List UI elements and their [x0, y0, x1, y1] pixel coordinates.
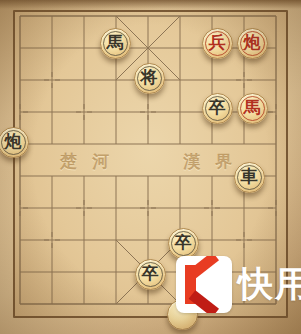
piece-label: 馬: [244, 99, 261, 116]
piece-label: 兵: [209, 34, 226, 51]
piece-black-車[interactable]: 車: [234, 162, 265, 193]
piece-label: 卒: [142, 265, 159, 282]
piece-black-卒[interactable]: 卒: [202, 93, 233, 124]
piece-label: 車: [241, 168, 258, 185]
kuaiyong-logo-icon: [176, 256, 232, 313]
piece-label: 馬: [107, 34, 124, 51]
piece-red-馬[interactable]: 馬: [237, 93, 268, 124]
piece-black-卒[interactable]: 卒: [168, 228, 199, 259]
piece-label: 将: [141, 69, 158, 86]
piece-black-炮[interactable]: 炮: [0, 127, 29, 158]
river-label-left: 楚河: [60, 150, 124, 173]
piece-label: 卒: [175, 234, 192, 251]
piece-red-兵[interactable]: 兵: [202, 28, 233, 59]
piece-label: 卒: [209, 99, 226, 116]
piece-black-卒[interactable]: 卒: [135, 259, 166, 290]
xiangqi-app-screen: 楚河 漢界 馬兵炮将卒馬炮車卒卒 快用: [0, 0, 301, 334]
piece-black-将[interactable]: 将: [134, 63, 165, 94]
piece-black-馬[interactable]: 馬: [100, 28, 131, 59]
piece-red-炮[interactable]: 炮: [237, 28, 268, 59]
piece-label: 炮: [244, 34, 261, 51]
kuaiyong-watermark: 快用: [176, 256, 301, 313]
piece-label: 炮: [5, 133, 22, 150]
watermark-text: 快用: [238, 261, 301, 308]
